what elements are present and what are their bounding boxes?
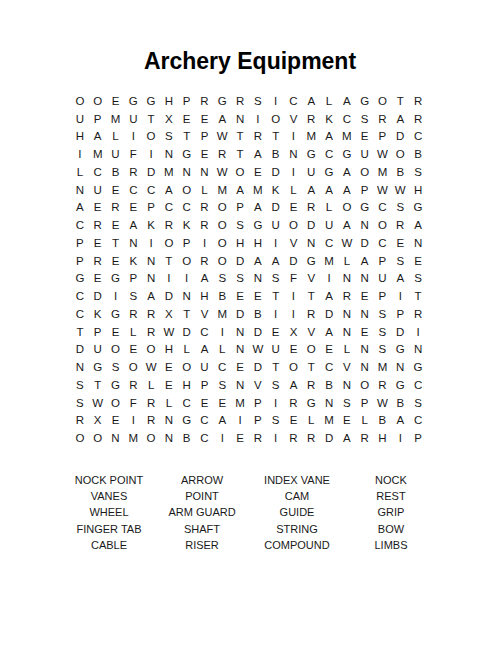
grid-cell[interactable]: E: [196, 110, 214, 128]
grid-cell[interactable]: D: [249, 358, 267, 376]
grid-cell[interactable]: V: [338, 358, 356, 376]
grid-cell[interactable]: I: [409, 323, 427, 341]
grid-cell[interactable]: C: [409, 412, 427, 430]
grid-cell[interactable]: A: [71, 199, 89, 217]
grid-cell[interactable]: N: [285, 145, 303, 163]
grid-cell[interactable]: T: [160, 252, 178, 270]
grid-cell[interactable]: I: [231, 412, 249, 430]
grid-cell[interactable]: M: [249, 181, 267, 199]
grid-cell[interactable]: T: [178, 128, 196, 146]
grid-cell[interactable]: A: [320, 128, 338, 146]
grid-cell[interactable]: A: [196, 341, 214, 359]
grid-cell[interactable]: D: [391, 323, 409, 341]
grid-cell[interactable]: E: [249, 287, 267, 305]
grid-cell[interactable]: U: [124, 110, 142, 128]
grid-cell[interactable]: U: [374, 270, 392, 288]
grid-cell[interactable]: O: [124, 358, 142, 376]
grid-cell[interactable]: C: [178, 394, 196, 412]
grid-cell[interactable]: P: [178, 234, 196, 252]
grid-cell[interactable]: O: [89, 429, 107, 447]
grid-cell[interactable]: F: [124, 145, 142, 163]
grid-cell[interactable]: A: [142, 287, 160, 305]
grid-cell[interactable]: I: [267, 305, 285, 323]
grid-cell[interactable]: U: [356, 145, 374, 163]
grid-cell[interactable]: T: [302, 287, 320, 305]
grid-cell[interactable]: P: [178, 92, 196, 110]
grid-cell[interactable]: I: [285, 287, 303, 305]
grid-cell[interactable]: A: [249, 145, 267, 163]
grid-cell[interactable]: N: [231, 323, 249, 341]
grid-cell[interactable]: G: [142, 92, 160, 110]
grid-cell[interactable]: E: [338, 412, 356, 430]
grid-cell[interactable]: R: [249, 128, 267, 146]
grid-cell[interactable]: C: [71, 305, 89, 323]
grid-cell[interactable]: I: [178, 270, 196, 288]
grid-cell[interactable]: C: [178, 199, 196, 217]
grid-cell[interactable]: C: [213, 358, 231, 376]
grid-cell[interactable]: O: [391, 145, 409, 163]
grid-cell[interactable]: I: [285, 163, 303, 181]
grid-cell[interactable]: G: [89, 358, 107, 376]
grid-cell[interactable]: S: [213, 270, 231, 288]
grid-cell[interactable]: N: [356, 358, 374, 376]
grid-cell[interactable]: P: [196, 128, 214, 146]
grid-cell[interactable]: H: [374, 429, 392, 447]
grid-cell[interactable]: E: [391, 234, 409, 252]
grid-cell[interactable]: G: [356, 199, 374, 217]
grid-cell[interactable]: O: [285, 216, 303, 234]
grid-cell[interactable]: B: [107, 163, 125, 181]
grid-cell[interactable]: G: [249, 216, 267, 234]
grid-cell[interactable]: D: [356, 234, 374, 252]
grid-cell[interactable]: I: [267, 234, 285, 252]
grid-cell[interactable]: A: [338, 92, 356, 110]
grid-cell[interactable]: M: [231, 394, 249, 412]
grid-cell[interactable]: D: [160, 287, 178, 305]
grid-cell[interactable]: S: [213, 376, 231, 394]
grid-cell[interactable]: S: [231, 270, 249, 288]
grid-cell[interactable]: O: [213, 216, 231, 234]
grid-cell[interactable]: A: [302, 92, 320, 110]
grid-cell[interactable]: K: [89, 305, 107, 323]
grid-cell[interactable]: G: [356, 92, 374, 110]
grid-cell[interactable]: M: [124, 429, 142, 447]
grid-cell[interactable]: A: [338, 163, 356, 181]
grid-cell[interactable]: C: [409, 128, 427, 146]
grid-cell[interactable]: S: [391, 199, 409, 217]
grid-cell[interactable]: N: [338, 305, 356, 323]
grid-cell[interactable]: L: [356, 412, 374, 430]
grid-cell[interactable]: G: [124, 92, 142, 110]
grid-cell[interactable]: N: [231, 376, 249, 394]
grid-cell[interactable]: L: [107, 128, 125, 146]
grid-cell[interactable]: T: [267, 358, 285, 376]
grid-cell[interactable]: E: [285, 199, 303, 217]
grid-cell[interactable]: N: [249, 270, 267, 288]
grid-cell[interactable]: I: [249, 110, 267, 128]
grid-cell[interactable]: P: [124, 270, 142, 288]
grid-cell[interactable]: W: [213, 163, 231, 181]
grid-cell[interactable]: D: [89, 287, 107, 305]
grid-cell[interactable]: S: [267, 376, 285, 394]
grid-cell[interactable]: P: [231, 199, 249, 217]
grid-cell[interactable]: D: [320, 429, 338, 447]
grid-cell[interactable]: T: [107, 234, 125, 252]
grid-cell[interactable]: W: [374, 181, 392, 199]
grid-cell[interactable]: C: [71, 287, 89, 305]
grid-cell[interactable]: R: [89, 252, 107, 270]
grid-cell[interactable]: R: [196, 199, 214, 217]
grid-cell[interactable]: L: [142, 376, 160, 394]
grid-cell[interactable]: V: [285, 234, 303, 252]
grid-cell[interactable]: S: [231, 216, 249, 234]
grid-cell[interactable]: T: [267, 287, 285, 305]
grid-cell[interactable]: D: [178, 323, 196, 341]
grid-cell[interactable]: N: [338, 376, 356, 394]
grid-cell[interactable]: X: [89, 412, 107, 430]
grid-cell[interactable]: N: [409, 341, 427, 359]
grid-cell[interactable]: H: [249, 234, 267, 252]
grid-cell[interactable]: G: [302, 394, 320, 412]
grid-cell[interactable]: A: [391, 412, 409, 430]
grid-cell[interactable]: P: [374, 128, 392, 146]
grid-cell[interactable]: L: [285, 181, 303, 199]
grid-cell[interactable]: S: [338, 394, 356, 412]
grid-cell[interactable]: N: [320, 394, 338, 412]
grid-cell[interactable]: A: [320, 181, 338, 199]
grid-cell[interactable]: T: [89, 376, 107, 394]
grid-cell[interactable]: R: [409, 110, 427, 128]
grid-cell[interactable]: S: [71, 376, 89, 394]
grid-cell[interactable]: A: [391, 270, 409, 288]
grid-cell[interactable]: U: [89, 181, 107, 199]
grid-cell[interactable]: I: [142, 145, 160, 163]
grid-cell[interactable]: R: [374, 376, 392, 394]
grid-cell[interactable]: R: [124, 305, 142, 323]
grid-cell[interactable]: I: [320, 270, 338, 288]
grid-cell[interactable]: K: [267, 181, 285, 199]
grid-cell[interactable]: R: [249, 429, 267, 447]
grid-cell[interactable]: R: [142, 394, 160, 412]
grid-cell[interactable]: A: [338, 429, 356, 447]
grid-cell[interactable]: M: [320, 252, 338, 270]
grid-cell[interactable]: O: [107, 394, 125, 412]
grid-cell[interactable]: A: [249, 199, 267, 217]
grid-cell[interactable]: P: [249, 412, 267, 430]
grid-cell[interactable]: K: [124, 252, 142, 270]
grid-cell[interactable]: W: [213, 128, 231, 146]
grid-cell[interactable]: E: [107, 216, 125, 234]
grid-cell[interactable]: C: [320, 358, 338, 376]
grid-cell[interactable]: R: [302, 429, 320, 447]
grid-cell[interactable]: N: [71, 181, 89, 199]
grid-cell[interactable]: D: [249, 323, 267, 341]
grid-cell[interactable]: O: [213, 252, 231, 270]
grid-cell[interactable]: L: [71, 163, 89, 181]
grid-cell[interactable]: S: [267, 270, 285, 288]
grid-cell[interactable]: R: [196, 92, 214, 110]
grid-cell[interactable]: D: [391, 128, 409, 146]
grid-cell[interactable]: T: [142, 110, 160, 128]
grid-cell[interactable]: O: [142, 341, 160, 359]
grid-cell[interactable]: S: [356, 110, 374, 128]
grid-cell[interactable]: B: [249, 305, 267, 323]
grid-cell[interactable]: O: [178, 252, 196, 270]
grid-cell[interactable]: N: [71, 358, 89, 376]
grid-cell[interactable]: X: [285, 323, 303, 341]
grid-cell[interactable]: F: [124, 394, 142, 412]
grid-cell[interactable]: V: [302, 323, 320, 341]
grid-cell[interactable]: G: [71, 270, 89, 288]
grid-cell[interactable]: P: [391, 305, 409, 323]
grid-cell[interactable]: R: [391, 216, 409, 234]
grid-cell[interactable]: N: [142, 270, 160, 288]
grid-cell[interactable]: E: [231, 429, 249, 447]
grid-cell[interactable]: U: [89, 341, 107, 359]
grid-cell[interactable]: I: [285, 128, 303, 146]
grid-cell[interactable]: A: [356, 252, 374, 270]
grid-cell[interactable]: X: [160, 110, 178, 128]
grid-cell[interactable]: M: [213, 181, 231, 199]
grid-cell[interactable]: P: [142, 199, 160, 217]
grid-cell[interactable]: E: [107, 323, 125, 341]
grid-cell[interactable]: L: [213, 341, 231, 359]
grid-cell[interactable]: B: [409, 145, 427, 163]
grid-cell[interactable]: D: [142, 163, 160, 181]
grid-cell[interactable]: B: [178, 429, 196, 447]
grid-cell[interactable]: E: [356, 323, 374, 341]
grid-cell[interactable]: N: [196, 163, 214, 181]
grid-cell[interactable]: S: [374, 305, 392, 323]
grid-cell[interactable]: U: [71, 110, 89, 128]
grid-cell[interactable]: E: [160, 358, 178, 376]
grid-cell[interactable]: A: [338, 216, 356, 234]
grid-cell[interactable]: D: [71, 341, 89, 359]
grid-cell[interactable]: W: [338, 234, 356, 252]
grid-cell[interactable]: U: [302, 163, 320, 181]
grid-cell[interactable]: M: [302, 128, 320, 146]
grid-cell[interactable]: L: [338, 252, 356, 270]
grid-cell[interactable]: N: [356, 305, 374, 323]
grid-cell[interactable]: M: [374, 163, 392, 181]
grid-cell[interactable]: P: [71, 234, 89, 252]
grid-cell[interactable]: R: [302, 199, 320, 217]
grid-cell[interactable]: S: [107, 358, 125, 376]
grid-cell[interactable]: R: [196, 216, 214, 234]
grid-cell[interactable]: E: [285, 412, 303, 430]
grid-cell[interactable]: I: [196, 234, 214, 252]
grid-cell[interactable]: O: [356, 163, 374, 181]
grid-cell[interactable]: O: [213, 199, 231, 217]
grid-cell[interactable]: T: [231, 145, 249, 163]
grid-cell[interactable]: E: [107, 181, 125, 199]
grid-cell[interactable]: H: [178, 376, 196, 394]
grid-cell[interactable]: N: [160, 429, 178, 447]
grid-cell[interactable]: E: [409, 252, 427, 270]
grid-cell[interactable]: D: [267, 199, 285, 217]
grid-cell[interactable]: S: [409, 163, 427, 181]
grid-cell[interactable]: W: [374, 145, 392, 163]
grid-cell[interactable]: I: [213, 429, 231, 447]
grid-cell[interactable]: E: [107, 92, 125, 110]
grid-cell[interactable]: C: [196, 412, 214, 430]
grid-cell[interactable]: O: [178, 181, 196, 199]
grid-cell[interactable]: E: [160, 376, 178, 394]
grid-cell[interactable]: G: [391, 341, 409, 359]
grid-cell[interactable]: R: [89, 216, 107, 234]
grid-cell[interactable]: A: [124, 216, 142, 234]
grid-cell[interactable]: L: [160, 394, 178, 412]
grid-cell[interactable]: D: [267, 163, 285, 181]
grid-cell[interactable]: I: [267, 394, 285, 412]
grid-cell[interactable]: A: [196, 270, 214, 288]
grid-cell[interactable]: A: [213, 412, 231, 430]
grid-cell[interactable]: G: [107, 270, 125, 288]
grid-cell[interactable]: P: [249, 394, 267, 412]
grid-cell[interactable]: N: [409, 234, 427, 252]
grid-cell[interactable]: P: [409, 429, 427, 447]
grid-cell[interactable]: M: [338, 128, 356, 146]
grid-cell[interactable]: I: [213, 323, 231, 341]
grid-cell[interactable]: R: [213, 145, 231, 163]
grid-cell[interactable]: N: [356, 270, 374, 288]
grid-cell[interactable]: R: [142, 323, 160, 341]
grid-cell[interactable]: L: [320, 92, 338, 110]
grid-cell[interactable]: V: [249, 376, 267, 394]
grid-cell[interactable]: A: [320, 323, 338, 341]
grid-cell[interactable]: E: [196, 394, 214, 412]
grid-cell[interactable]: I: [107, 287, 125, 305]
grid-cell[interactable]: V: [196, 305, 214, 323]
grid-cell[interactable]: W: [89, 394, 107, 412]
grid-cell[interactable]: K: [178, 216, 196, 234]
grid-cell[interactable]: S: [374, 323, 392, 341]
grid-cell[interactable]: T: [302, 358, 320, 376]
grid-cell[interactable]: G: [107, 305, 125, 323]
grid-cell[interactable]: C: [196, 323, 214, 341]
grid-cell[interactable]: S: [160, 128, 178, 146]
grid-cell[interactable]: I: [160, 270, 178, 288]
grid-cell[interactable]: U: [107, 145, 125, 163]
grid-cell[interactable]: S: [409, 394, 427, 412]
grid-cell[interactable]: M: [320, 412, 338, 430]
grid-cell[interactable]: G: [178, 412, 196, 430]
grid-cell[interactable]: C: [320, 145, 338, 163]
grid-cell[interactable]: W: [391, 181, 409, 199]
grid-cell[interactable]: O: [71, 429, 89, 447]
grid-cell[interactable]: N: [178, 163, 196, 181]
grid-cell[interactable]: M: [213, 305, 231, 323]
grid-cell[interactable]: S: [267, 412, 285, 430]
grid-cell[interactable]: W: [142, 358, 160, 376]
grid-cell[interactable]: I: [285, 305, 303, 323]
grid-cell[interactable]: R: [142, 412, 160, 430]
grid-cell[interactable]: I: [142, 234, 160, 252]
grid-cell[interactable]: M: [374, 358, 392, 376]
grid-cell[interactable]: E: [231, 287, 249, 305]
grid-cell[interactable]: U: [196, 358, 214, 376]
grid-cell[interactable]: R: [409, 305, 427, 323]
grid-cell[interactable]: S: [409, 270, 427, 288]
grid-cell[interactable]: B: [391, 163, 409, 181]
grid-cell[interactable]: O: [374, 216, 392, 234]
grid-cell[interactable]: T: [71, 323, 89, 341]
grid-cell[interactable]: E: [196, 145, 214, 163]
grid-cell[interactable]: C: [338, 110, 356, 128]
grid-cell[interactable]: M: [89, 145, 107, 163]
grid-cell[interactable]: R: [285, 394, 303, 412]
grid-cell[interactable]: H: [160, 341, 178, 359]
grid-cell[interactable]: T: [231, 128, 249, 146]
grid-cell[interactable]: V: [302, 270, 320, 288]
grid-cell[interactable]: A: [302, 181, 320, 199]
grid-cell[interactable]: N: [160, 145, 178, 163]
grid-cell[interactable]: G: [409, 358, 427, 376]
grid-cell[interactable]: I: [124, 412, 142, 430]
grid-cell[interactable]: O: [160, 234, 178, 252]
grid-cell[interactable]: N: [231, 110, 249, 128]
grid-cell[interactable]: I: [71, 145, 89, 163]
grid-cell[interactable]: H: [196, 287, 214, 305]
grid-cell[interactable]: I: [391, 287, 409, 305]
grid-cell[interactable]: O: [356, 376, 374, 394]
grid-cell[interactable]: H: [409, 181, 427, 199]
grid-cell[interactable]: E: [124, 199, 142, 217]
grid-cell[interactable]: T: [409, 287, 427, 305]
grid-cell[interactable]: O: [374, 92, 392, 110]
grid-cell[interactable]: N: [107, 429, 125, 447]
grid-cell[interactable]: N: [178, 287, 196, 305]
grid-cell[interactable]: X: [160, 305, 178, 323]
grid-cell[interactable]: L: [320, 199, 338, 217]
grid-cell[interactable]: I: [124, 128, 142, 146]
grid-cell[interactable]: M: [160, 163, 178, 181]
grid-cell[interactable]: O: [142, 429, 160, 447]
grid-cell[interactable]: N: [391, 358, 409, 376]
grid-cell[interactable]: P: [71, 252, 89, 270]
grid-cell[interactable]: C: [124, 181, 142, 199]
grid-cell[interactable]: N: [142, 252, 160, 270]
grid-cell[interactable]: R: [374, 110, 392, 128]
grid-cell[interactable]: I: [267, 429, 285, 447]
grid-cell[interactable]: E: [124, 341, 142, 359]
grid-cell[interactable]: D: [231, 252, 249, 270]
grid-cell[interactable]: E: [213, 394, 231, 412]
grid-cell[interactable]: O: [89, 92, 107, 110]
grid-cell[interactable]: G: [391, 376, 409, 394]
grid-cell[interactable]: N: [302, 234, 320, 252]
grid-cell[interactable]: B: [374, 412, 392, 430]
grid-cell[interactable]: R: [356, 429, 374, 447]
grid-cell[interactable]: E: [267, 323, 285, 341]
grid-cell[interactable]: S: [391, 252, 409, 270]
grid-cell[interactable]: W: [160, 323, 178, 341]
grid-cell[interactable]: R: [71, 412, 89, 430]
grid-cell[interactable]: K: [142, 216, 160, 234]
grid-cell[interactable]: E: [89, 199, 107, 217]
grid-cell[interactable]: C: [160, 199, 178, 217]
grid-cell[interactable]: E: [249, 163, 267, 181]
grid-cell[interactable]: U: [267, 341, 285, 359]
grid-cell[interactable]: H: [160, 92, 178, 110]
grid-cell[interactable]: S: [249, 92, 267, 110]
grid-cell[interactable]: R: [302, 376, 320, 394]
grid-cell[interactable]: P: [356, 394, 374, 412]
grid-cell[interactable]: R: [285, 429, 303, 447]
grid-cell[interactable]: R: [124, 163, 142, 181]
grid-cell[interactable]: O: [213, 234, 231, 252]
grid-cell[interactable]: A: [160, 181, 178, 199]
